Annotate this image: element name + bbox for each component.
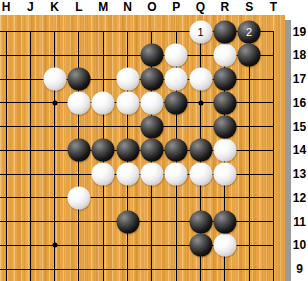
row-label: 16 (291, 96, 308, 109)
row-label: 13 (291, 168, 308, 181)
row-label: 19 (291, 25, 308, 38)
row-label: 18 (291, 49, 308, 62)
row-label: 14 (291, 144, 308, 157)
row-label: 12 (291, 191, 308, 204)
row-label: 11 (291, 215, 308, 228)
row-labels: 191817161514131211109 (0, 0, 308, 281)
row-label: 10 (291, 239, 308, 252)
row-label: 9 (291, 263, 308, 276)
row-label: 15 (291, 120, 308, 133)
go-board-diagram: 12 HJKLMNOPQRST 191817161514131211109 (0, 0, 308, 281)
row-label: 17 (291, 73, 308, 86)
